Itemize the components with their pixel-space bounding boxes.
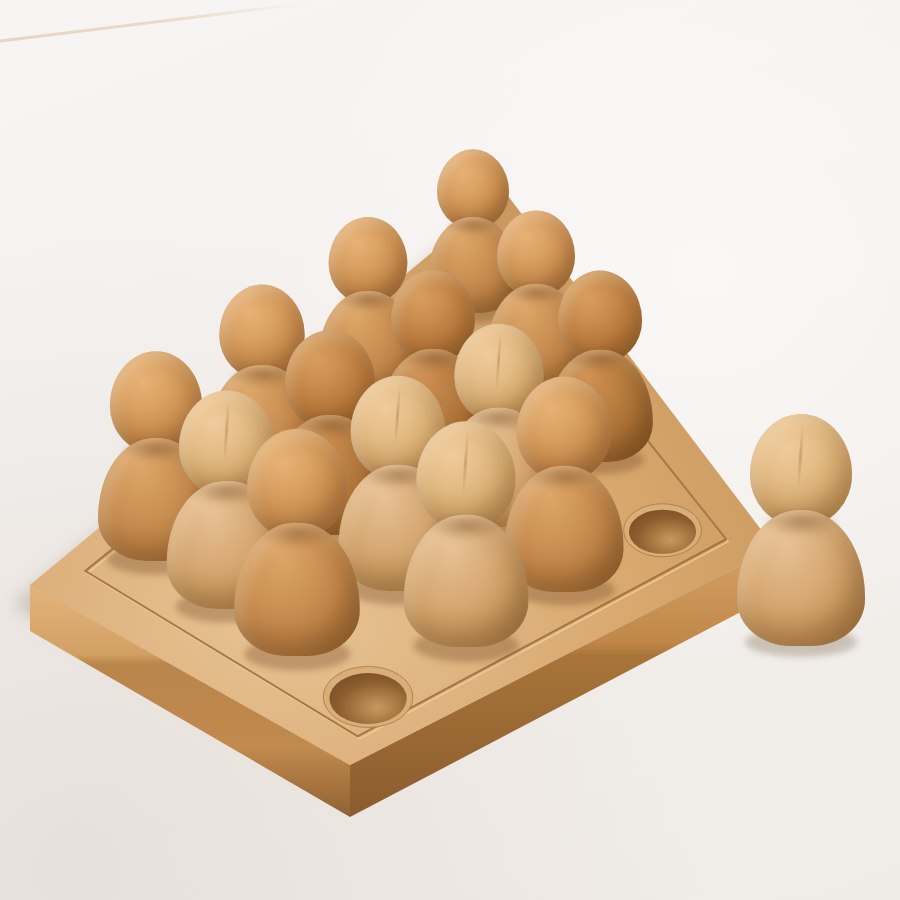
empty-hole-r3c3[interactable]: [323, 666, 413, 727]
peg-board-photo-scene: [0, 0, 900, 900]
peg-doll-off-board[interactable]: [737, 414, 865, 646]
peg-doll-r2c3[interactable]: [404, 422, 529, 648]
peg-body: [404, 515, 529, 647]
peg-head: [247, 428, 347, 538]
empty-hole-r0c3[interactable]: [624, 504, 702, 557]
hole-recess: [329, 673, 406, 724]
peg-doll-r3c2[interactable]: [235, 428, 360, 655]
peg-body: [235, 523, 360, 656]
hole-recess: [629, 510, 696, 554]
peg-body: [737, 510, 865, 646]
